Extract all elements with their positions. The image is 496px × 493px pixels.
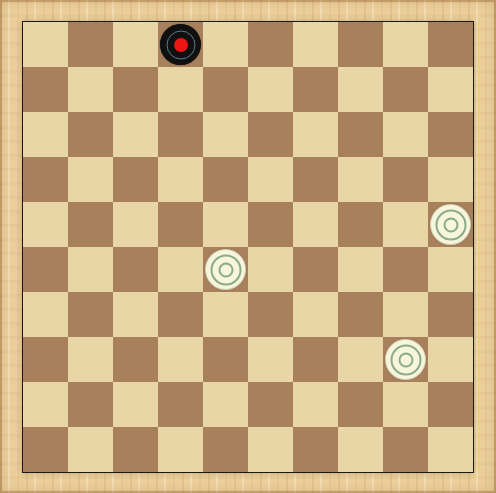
square-r1c4[interactable] xyxy=(158,22,203,67)
square-r3c10[interactable] xyxy=(428,112,473,157)
square-r2c9[interactable] xyxy=(383,67,428,112)
square-r7c3[interactable] xyxy=(113,292,158,337)
square-r3c8[interactable] xyxy=(338,112,383,157)
red-dot-marker xyxy=(174,38,188,52)
square-r9c7[interactable] xyxy=(293,382,338,427)
square-r10c10[interactable] xyxy=(428,427,473,472)
square-r5c2[interactable] xyxy=(68,202,113,247)
square-r3c6[interactable] xyxy=(248,112,293,157)
square-r3c1[interactable] xyxy=(23,112,68,157)
square-r9c6[interactable] xyxy=(248,382,293,427)
square-r9c8[interactable] xyxy=(338,382,383,427)
square-r10c9[interactable] xyxy=(383,427,428,472)
square-r9c9[interactable] xyxy=(383,382,428,427)
square-r1c10[interactable] xyxy=(428,22,473,67)
piece-inner-ring xyxy=(443,217,458,232)
square-r5c10[interactable] xyxy=(428,202,473,247)
square-r2c10[interactable] xyxy=(428,67,473,112)
square-r6c1[interactable] xyxy=(23,247,68,292)
square-r7c10[interactable] xyxy=(428,292,473,337)
square-r6c7[interactable] xyxy=(293,247,338,292)
square-r2c2[interactable] xyxy=(68,67,113,112)
square-r7c9[interactable] xyxy=(383,292,428,337)
square-r2c6[interactable] xyxy=(248,67,293,112)
square-r8c3[interactable] xyxy=(113,337,158,382)
square-r4c4[interactable] xyxy=(158,157,203,202)
square-r9c1[interactable] xyxy=(23,382,68,427)
square-r5c8[interactable] xyxy=(338,202,383,247)
square-r7c8[interactable] xyxy=(338,292,383,337)
square-r1c9[interactable] xyxy=(383,22,428,67)
square-r10c8[interactable] xyxy=(338,427,383,472)
square-r2c7[interactable] xyxy=(293,67,338,112)
white-checker-piece[interactable] xyxy=(385,339,426,380)
square-r4c9[interactable] xyxy=(383,157,428,202)
square-r6c4[interactable] xyxy=(158,247,203,292)
square-r4c10[interactable] xyxy=(428,157,473,202)
board xyxy=(22,21,474,473)
square-r8c5[interactable] xyxy=(203,337,248,382)
square-r8c8[interactable] xyxy=(338,337,383,382)
square-r4c7[interactable] xyxy=(293,157,338,202)
square-r7c4[interactable] xyxy=(158,292,203,337)
square-r5c7[interactable] xyxy=(293,202,338,247)
square-r4c5[interactable] xyxy=(203,157,248,202)
square-r5c6[interactable] xyxy=(248,202,293,247)
square-r3c3[interactable] xyxy=(113,112,158,157)
white-checker-piece[interactable] xyxy=(430,204,471,245)
square-r5c5[interactable] xyxy=(203,202,248,247)
square-r7c7[interactable] xyxy=(293,292,338,337)
square-r7c6[interactable] xyxy=(248,292,293,337)
black-checker-piece[interactable] xyxy=(160,24,201,65)
square-r8c6[interactable] xyxy=(248,337,293,382)
square-r2c5[interactable] xyxy=(203,67,248,112)
square-r1c8[interactable] xyxy=(338,22,383,67)
square-r6c5[interactable] xyxy=(203,247,248,292)
square-r2c4[interactable] xyxy=(158,67,203,112)
white-checker-piece[interactable] xyxy=(205,249,246,290)
square-r8c7[interactable] xyxy=(293,337,338,382)
square-r10c1[interactable] xyxy=(23,427,68,472)
square-r8c10[interactable] xyxy=(428,337,473,382)
square-r10c6[interactable] xyxy=(248,427,293,472)
square-r10c3[interactable] xyxy=(113,427,158,472)
square-r2c8[interactable] xyxy=(338,67,383,112)
square-r5c9[interactable] xyxy=(383,202,428,247)
square-r6c9[interactable] xyxy=(383,247,428,292)
square-r2c1[interactable] xyxy=(23,67,68,112)
square-r9c10[interactable] xyxy=(428,382,473,427)
piece-inner-ring xyxy=(218,262,233,277)
square-r6c2[interactable] xyxy=(68,247,113,292)
square-r2c3[interactable] xyxy=(113,67,158,112)
square-r5c3[interactable] xyxy=(113,202,158,247)
square-r3c5[interactable] xyxy=(203,112,248,157)
square-r3c7[interactable] xyxy=(293,112,338,157)
square-r7c1[interactable] xyxy=(23,292,68,337)
square-r5c1[interactable] xyxy=(23,202,68,247)
square-r5c4[interactable] xyxy=(158,202,203,247)
square-r8c9[interactable] xyxy=(383,337,428,382)
square-r7c2[interactable] xyxy=(68,292,113,337)
square-r1c2[interactable] xyxy=(68,22,113,67)
square-r6c10[interactable] xyxy=(428,247,473,292)
square-r4c8[interactable] xyxy=(338,157,383,202)
square-r6c8[interactable] xyxy=(338,247,383,292)
square-r3c9[interactable] xyxy=(383,112,428,157)
square-r6c3[interactable] xyxy=(113,247,158,292)
square-r3c4[interactable] xyxy=(158,112,203,157)
square-r8c2[interactable] xyxy=(68,337,113,382)
square-r9c5[interactable] xyxy=(203,382,248,427)
square-r4c3[interactable] xyxy=(113,157,158,202)
square-r4c2[interactable] xyxy=(68,157,113,202)
square-r4c6[interactable] xyxy=(248,157,293,202)
square-r9c2[interactable] xyxy=(68,382,113,427)
square-r4c1[interactable] xyxy=(23,157,68,202)
square-r1c5[interactable] xyxy=(203,22,248,67)
square-r8c4[interactable] xyxy=(158,337,203,382)
square-r9c3[interactable] xyxy=(113,382,158,427)
square-r9c4[interactable] xyxy=(158,382,203,427)
square-r7c5[interactable] xyxy=(203,292,248,337)
square-r1c6[interactable] xyxy=(248,22,293,67)
square-r1c3[interactable] xyxy=(113,22,158,67)
piece-inner-ring xyxy=(398,352,413,367)
square-r10c4[interactable] xyxy=(158,427,203,472)
square-r3c2[interactable] xyxy=(68,112,113,157)
square-r1c7[interactable] xyxy=(293,22,338,67)
square-r10c2[interactable] xyxy=(68,427,113,472)
square-r10c5[interactable] xyxy=(203,427,248,472)
square-r10c7[interactable] xyxy=(293,427,338,472)
square-r1c1[interactable] xyxy=(23,22,68,67)
square-r6c6[interactable] xyxy=(248,247,293,292)
square-r8c1[interactable] xyxy=(23,337,68,382)
